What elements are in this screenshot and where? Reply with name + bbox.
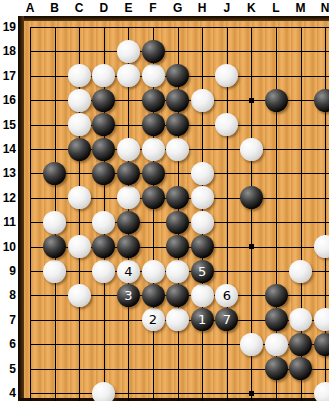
stone-white-C12[interactable] <box>68 186 91 209</box>
stone-black-D14[interactable] <box>92 138 115 161</box>
grid-hline-4 <box>30 393 329 394</box>
column-label-G: G <box>170 1 186 15</box>
stone-white-H16[interactable] <box>191 89 214 112</box>
stone-black-E8[interactable]: 3 <box>117 284 140 307</box>
column-label-M: M <box>293 1 309 15</box>
column-label-D: D <box>96 1 112 15</box>
stone-black-F18[interactable] <box>142 40 165 63</box>
go-board-screenshot: ABCDEFGHJKLMN19181716151413121110987654 … <box>0 0 329 401</box>
stone-black-E11[interactable] <box>117 211 140 234</box>
stone-black-G8[interactable] <box>166 284 189 307</box>
row-label-7: 7 <box>0 312 16 328</box>
stone-white-F9[interactable] <box>142 260 165 283</box>
row-label-19: 19 <box>0 19 16 35</box>
stone-white-B11[interactable] <box>43 211 66 234</box>
row-label-15: 15 <box>0 117 16 133</box>
stone-black-F12[interactable] <box>142 186 165 209</box>
column-label-C: C <box>71 1 87 15</box>
row-label-10: 10 <box>0 239 16 255</box>
stone-white-E14[interactable] <box>117 138 140 161</box>
stone-white-M9[interactable] <box>289 260 312 283</box>
stone-black-L8[interactable] <box>265 284 288 307</box>
stone-black-M6[interactable] <box>289 333 312 356</box>
row-label-6: 6 <box>0 336 16 352</box>
grid-hline-13 <box>30 173 329 174</box>
stone-black-G11[interactable] <box>166 211 189 234</box>
stone-black-F13[interactable] <box>142 162 165 185</box>
row-label-13: 13 <box>0 165 16 181</box>
stone-white-E18[interactable] <box>117 40 140 63</box>
stone-white-L6[interactable] <box>265 333 288 356</box>
stone-white-K6[interactable] <box>240 333 263 356</box>
stone-white-K14[interactable] <box>240 138 263 161</box>
stone-white-H11[interactable] <box>191 211 214 234</box>
row-label-17: 17 <box>0 68 16 84</box>
row-label-12: 12 <box>0 190 16 206</box>
column-label-F: F <box>145 1 161 15</box>
stone-white-D11[interactable] <box>92 211 115 234</box>
stone-white-F17[interactable] <box>142 64 165 87</box>
stone-white-C16[interactable] <box>68 89 91 112</box>
grid-hline-19 <box>30 27 329 28</box>
grid-hline-18 <box>30 51 329 52</box>
stone-black-H7[interactable]: 1 <box>191 308 214 331</box>
stone-white-H13[interactable] <box>191 162 214 185</box>
column-label-L: L <box>268 1 284 15</box>
stone-white-F7[interactable]: 2 <box>142 308 165 331</box>
stone-black-H10[interactable] <box>191 235 214 258</box>
stone-white-C17[interactable] <box>68 64 91 87</box>
stone-black-L7[interactable] <box>265 308 288 331</box>
stone-white-H12[interactable] <box>191 186 214 209</box>
stone-white-F14[interactable] <box>142 138 165 161</box>
stone-black-L16[interactable] <box>265 89 288 112</box>
column-label-J: J <box>219 1 235 15</box>
stone-white-G14[interactable] <box>166 138 189 161</box>
column-label-K: K <box>243 1 259 15</box>
board-edge-top <box>18 16 329 21</box>
row-label-4: 4 <box>0 385 16 401</box>
column-label-A: A <box>22 1 38 15</box>
row-label-9: 9 <box>0 263 16 279</box>
stone-white-C10[interactable] <box>68 235 91 258</box>
row-label-8: 8 <box>0 287 16 303</box>
stone-white-H8[interactable] <box>191 284 214 307</box>
star-point-K4 <box>249 391 254 396</box>
column-label-E: E <box>120 1 136 15</box>
stone-white-D9[interactable] <box>92 260 115 283</box>
stone-black-F15[interactable] <box>142 113 165 136</box>
stone-black-F16[interactable] <box>142 89 165 112</box>
stone-black-E10[interactable] <box>117 235 140 258</box>
stone-white-G9[interactable] <box>166 260 189 283</box>
board-edge-left <box>18 16 24 401</box>
row-label-16: 16 <box>0 92 16 108</box>
stone-white-C8[interactable] <box>68 284 91 307</box>
column-label-B: B <box>47 1 63 15</box>
column-label-N: N <box>317 1 329 15</box>
stone-black-H9[interactable]: 5 <box>191 260 214 283</box>
stone-black-G16[interactable] <box>166 89 189 112</box>
stone-black-F8[interactable] <box>142 284 165 307</box>
stone-white-B9[interactable] <box>43 260 66 283</box>
stone-black-E13[interactable] <box>117 162 140 185</box>
stone-black-C14[interactable] <box>68 138 91 161</box>
star-point-K10 <box>249 244 254 249</box>
stone-white-C15[interactable] <box>68 113 91 136</box>
star-point-K16 <box>249 98 254 103</box>
stone-black-B13[interactable] <box>43 162 66 185</box>
row-label-5: 5 <box>0 361 16 377</box>
row-label-18: 18 <box>0 43 16 59</box>
column-label-H: H <box>194 1 210 15</box>
stone-black-L5[interactable] <box>265 357 288 380</box>
row-label-11: 11 <box>0 214 16 230</box>
row-label-14: 14 <box>0 141 16 157</box>
stone-black-D16[interactable] <box>92 89 115 112</box>
stone-white-E9[interactable]: 4 <box>117 260 140 283</box>
